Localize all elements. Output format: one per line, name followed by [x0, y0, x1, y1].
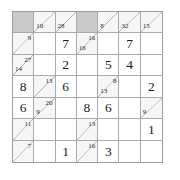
across-clue-r4c2: 13	[46, 78, 53, 85]
clue-cell-r1c7: 15	[141, 12, 162, 33]
answer-cell-r2c6[interactable]: 7	[119, 33, 140, 54]
kakuro-page: 1028832159716167271425481368132620986911…	[0, 0, 180, 180]
answer-digit-r4c7: 2	[148, 80, 155, 94]
clue-cell-r1c6: 32	[119, 12, 140, 33]
blocked-cell-r1c1	[13, 12, 34, 33]
answer-cell-r2c7[interactable]	[141, 33, 162, 54]
down-clue-r4c5: 13	[100, 88, 107, 95]
down-clue-r1c3: 28	[58, 23, 65, 30]
answer-digit-r4c3: 6	[62, 80, 69, 94]
down-clue-r3c1: 14	[15, 66, 22, 73]
clue-cell-r2c4: 1616	[77, 33, 98, 54]
answer-cell-r5c5[interactable]: 6	[98, 98, 119, 119]
answer-cell-r7c6[interactable]	[119, 141, 140, 162]
kakuro-board: 1028832159716167271425481368132620986911…	[12, 11, 163, 163]
answer-cell-r3c7[interactable]	[141, 55, 162, 76]
across-clue-r5c2: 20	[46, 100, 53, 107]
across-clue-r7c4: 16	[88, 143, 95, 150]
answer-cell-r3c6[interactable]: 4	[119, 55, 140, 76]
answer-cell-r2c5[interactable]	[98, 33, 119, 54]
clue-cell-r3c1: 2714	[13, 55, 34, 76]
answer-digit-r2c6: 7	[126, 37, 133, 51]
answer-digit-r7c5: 3	[105, 145, 112, 159]
across-clue-r6c4: 13	[88, 121, 95, 128]
down-clue-r1c7: 15	[143, 23, 150, 30]
answer-cell-r3c2[interactable]	[34, 55, 55, 76]
answer-cell-r4c7[interactable]: 2	[141, 76, 162, 97]
clue-cell-r1c5: 8	[98, 12, 119, 33]
answer-cell-r4c3[interactable]: 6	[56, 76, 77, 97]
answer-cell-r7c3[interactable]: 1	[56, 141, 77, 162]
answer-cell-r6c5[interactable]	[98, 119, 119, 140]
down-clue-r2c4: 16	[79, 45, 86, 52]
answer-cell-r6c3[interactable]	[56, 119, 77, 140]
across-clue-r6c1: 11	[25, 121, 32, 128]
answer-cell-r5c4[interactable]: 8	[77, 98, 98, 119]
answer-cell-r4c1[interactable]: 8	[13, 76, 34, 97]
answer-cell-r6c6[interactable]	[119, 119, 140, 140]
answer-cell-r4c6[interactable]	[119, 76, 140, 97]
clue-cell-r5c2: 209	[34, 98, 55, 119]
across-clue-r4c5: 8	[113, 78, 117, 85]
answer-cell-r2c3[interactable]: 7	[56, 33, 77, 54]
answer-cell-r5c3[interactable]	[56, 98, 77, 119]
answer-digit-r6c7: 1	[148, 123, 155, 137]
answer-cell-r5c1[interactable]: 6	[13, 98, 34, 119]
across-clue-r7c1: 7	[28, 143, 32, 150]
across-clue-r2c1: 9	[28, 35, 32, 42]
answer-digit-r3c5: 5	[105, 58, 112, 72]
answer-cell-r3c5[interactable]: 5	[98, 55, 119, 76]
across-clue-r2c4: 16	[88, 35, 95, 42]
blocked-cell-r1c4	[77, 12, 98, 33]
answer-cell-r7c7[interactable]	[141, 141, 162, 162]
clue-cell-r4c5: 813	[98, 76, 119, 97]
clue-cell-r7c4: 16	[77, 141, 98, 162]
clue-cell-r7c1: 7	[13, 141, 34, 162]
clue-cell-r4c2: 13	[34, 76, 55, 97]
answer-digit-r2c3: 7	[62, 37, 69, 51]
clue-cell-r5c7: 9	[141, 98, 162, 119]
answer-digit-r4c1: 8	[20, 80, 27, 94]
answer-digit-r3c6: 4	[126, 58, 133, 72]
down-clue-r5c7: 9	[143, 109, 147, 116]
answer-cell-r2c2[interactable]	[34, 33, 55, 54]
answer-digit-r5c5: 6	[105, 101, 112, 115]
clue-cell-r2c1: 9	[13, 33, 34, 54]
answer-digit-r3c3: 2	[62, 58, 69, 72]
clue-cell-r1c2: 10	[34, 12, 55, 33]
clue-cell-r6c1: 11	[13, 119, 34, 140]
down-clue-r5c2: 9	[36, 109, 40, 116]
answer-cell-r4c4[interactable]	[77, 76, 98, 97]
answer-cell-r7c5[interactable]: 3	[98, 141, 119, 162]
answer-cell-r7c2[interactable]	[34, 141, 55, 162]
down-clue-r1c5: 8	[100, 23, 104, 30]
answer-digit-r7c3: 1	[62, 145, 69, 159]
down-clue-r1c2: 10	[36, 23, 43, 30]
answer-digit-r5c4: 8	[84, 101, 91, 115]
down-clue-r1c6: 32	[121, 23, 128, 30]
answer-cell-r6c2[interactable]	[34, 119, 55, 140]
answer-cell-r3c3[interactable]: 2	[56, 55, 77, 76]
answer-cell-r6c7[interactable]: 1	[141, 119, 162, 140]
answer-digit-r5c1: 6	[20, 101, 27, 115]
clue-cell-r1c3: 28	[56, 12, 77, 33]
answer-cell-r5c6[interactable]	[119, 98, 140, 119]
clue-cell-r6c4: 13	[77, 119, 98, 140]
across-clue-r3c1: 27	[24, 57, 31, 64]
answer-cell-r3c4[interactable]	[77, 55, 98, 76]
